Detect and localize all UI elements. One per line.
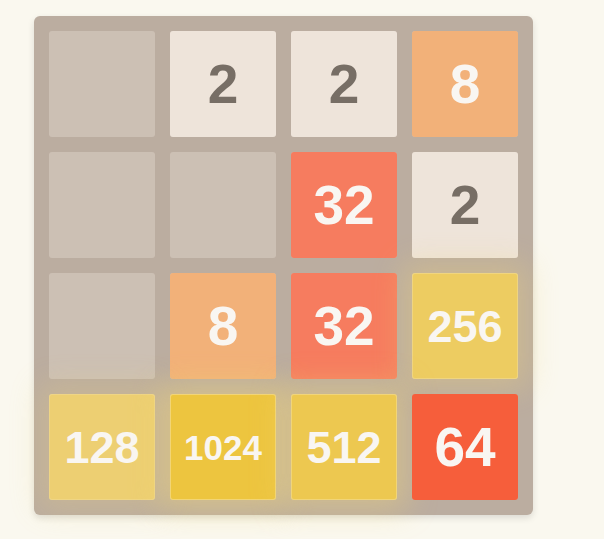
2048-board: 228322832256128102451264	[34, 16, 533, 515]
cell-r3c1	[49, 273, 155, 379]
tile-2: 2	[291, 31, 397, 137]
cell-r3c3: 32	[291, 273, 397, 379]
cell-r4c4: 64	[412, 394, 518, 500]
cell-r3c4: 256	[412, 273, 518, 379]
tile-8: 8	[412, 31, 518, 137]
cell-r4c3: 512	[291, 394, 397, 500]
cell-r2c4: 2	[412, 152, 518, 258]
cell-r1c3: 2	[291, 31, 397, 137]
cell-r1c1	[49, 31, 155, 137]
cell-r2c1	[49, 152, 155, 258]
tile-64: 64	[412, 394, 518, 500]
cell-r2c2	[170, 152, 276, 258]
tile-32: 32	[291, 152, 397, 258]
tile-512: 512	[291, 394, 397, 500]
cell-r3c2: 8	[170, 273, 276, 379]
tile-256: 256	[412, 273, 518, 379]
cell-r4c1: 128	[49, 394, 155, 500]
tile-128: 128	[49, 394, 155, 500]
cell-r1c4: 8	[412, 31, 518, 137]
tile-8: 8	[170, 273, 276, 379]
cell-r4c2: 1024	[170, 394, 276, 500]
tile-2: 2	[170, 31, 276, 137]
cell-r1c2: 2	[170, 31, 276, 137]
cell-r2c3: 32	[291, 152, 397, 258]
tile-32: 32	[291, 273, 397, 379]
tile-1024: 1024	[170, 394, 276, 500]
tile-2: 2	[412, 152, 518, 258]
